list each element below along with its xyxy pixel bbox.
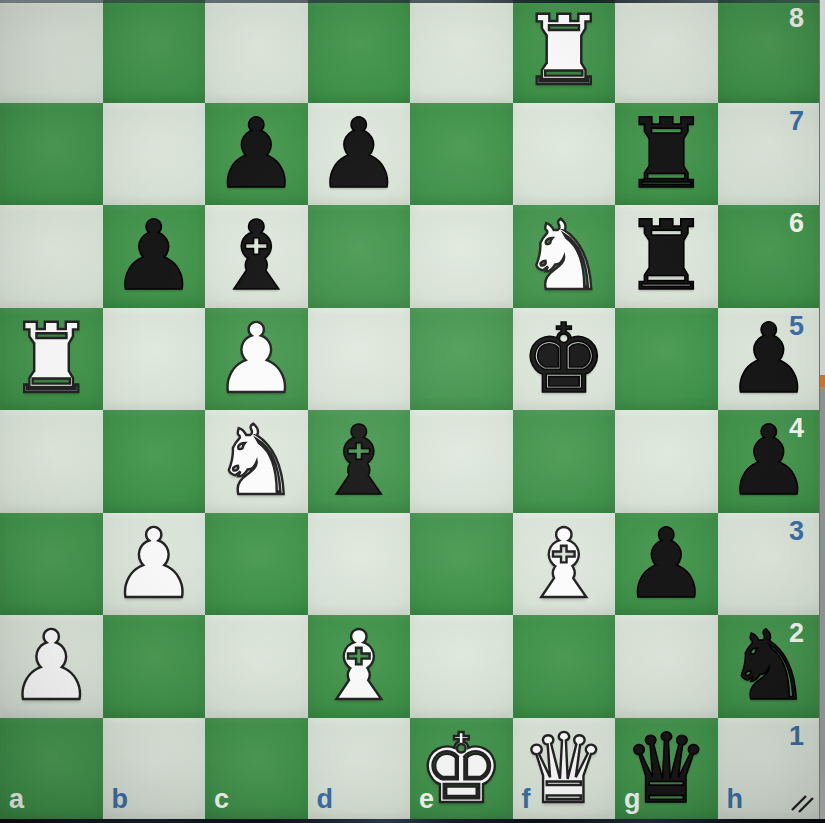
square-d7[interactable]: ♟ [308, 103, 411, 206]
square-g6[interactable]: ♜ [615, 205, 718, 308]
square-g5[interactable] [615, 308, 718, 411]
square-d8[interactable] [308, 0, 411, 103]
square-d6[interactable] [308, 205, 411, 308]
square-h5[interactable]: ♟5 [718, 308, 821, 411]
square-f5[interactable]: ♚ [513, 308, 616, 411]
white-pawn[interactable]: ♟ [0, 615, 103, 718]
file-label-d: d [317, 784, 334, 815]
square-b3[interactable]: ♟ [103, 513, 206, 616]
square-c4[interactable]: ♞ [205, 410, 308, 513]
square-c8[interactable] [205, 0, 308, 103]
scrollbar-marker[interactable] [820, 375, 825, 387]
square-c2[interactable] [205, 615, 308, 718]
square-g2[interactable] [615, 615, 718, 718]
black-pawn[interactable]: ♟ [718, 308, 821, 411]
square-b4[interactable] [103, 410, 206, 513]
white-king[interactable]: ♚ [410, 718, 513, 821]
black-rook[interactable]: ♜ [615, 205, 718, 308]
square-h3[interactable]: 3 [718, 513, 821, 616]
square-e1[interactable]: ♚e [410, 718, 513, 821]
square-a8[interactable] [0, 0, 103, 103]
square-f8[interactable]: ♜ [513, 0, 616, 103]
black-queen[interactable]: ♛ [615, 718, 718, 821]
white-rook[interactable]: ♜ [513, 0, 616, 103]
square-f7[interactable] [513, 103, 616, 206]
scrollbar-track[interactable] [819, 0, 825, 823]
square-h7[interactable]: 7 [718, 103, 821, 206]
black-pawn[interactable]: ♟ [615, 513, 718, 616]
square-e4[interactable] [410, 410, 513, 513]
square-b1[interactable]: b [103, 718, 206, 821]
rank-label-3: 3 [789, 516, 804, 547]
white-bishop[interactable]: ♝ [308, 615, 411, 718]
white-bishop[interactable]: ♝ [513, 513, 616, 616]
rank-label-7: 7 [789, 106, 804, 137]
black-pawn[interactable]: ♟ [308, 103, 411, 206]
square-d3[interactable] [308, 513, 411, 616]
black-pawn[interactable]: ♟ [205, 103, 308, 206]
black-bishop[interactable]: ♝ [308, 410, 411, 513]
black-knight[interactable]: ♞ [718, 615, 821, 718]
file-label-b: b [112, 784, 129, 815]
black-pawn[interactable]: ♟ [103, 205, 206, 308]
square-h6[interactable]: 6 [718, 205, 821, 308]
square-b6[interactable]: ♟ [103, 205, 206, 308]
square-a1[interactable]: a [0, 718, 103, 821]
square-e5[interactable] [410, 308, 513, 411]
square-a7[interactable] [0, 103, 103, 206]
square-g8[interactable] [615, 0, 718, 103]
square-c3[interactable] [205, 513, 308, 616]
square-c6[interactable]: ♝ [205, 205, 308, 308]
square-g4[interactable] [615, 410, 718, 513]
square-c7[interactable]: ♟ [205, 103, 308, 206]
square-e8[interactable] [410, 0, 513, 103]
black-pawn[interactable]: ♟ [718, 410, 821, 513]
bottom-ui-strip [0, 819, 825, 823]
square-h8[interactable]: 8 [718, 0, 821, 103]
square-b2[interactable] [103, 615, 206, 718]
square-d4[interactable]: ♝ [308, 410, 411, 513]
black-bishop[interactable]: ♝ [205, 205, 308, 308]
square-g1[interactable]: ♛g [615, 718, 718, 821]
rank-label-6: 6 [789, 208, 804, 239]
square-g3[interactable]: ♟ [615, 513, 718, 616]
square-f1[interactable]: ♛f [513, 718, 616, 821]
square-b5[interactable] [103, 308, 206, 411]
square-d2[interactable]: ♝ [308, 615, 411, 718]
square-c1[interactable]: c [205, 718, 308, 821]
square-e7[interactable] [410, 103, 513, 206]
resize-handle-icon[interactable] [789, 789, 815, 815]
square-f4[interactable] [513, 410, 616, 513]
square-d1[interactable]: d [308, 718, 411, 821]
square-d5[interactable] [308, 308, 411, 411]
white-pawn[interactable]: ♟ [103, 513, 206, 616]
square-b8[interactable] [103, 0, 206, 103]
square-a4[interactable] [0, 410, 103, 513]
chess-app-window: ♜8♟♟♜7♟♝♞♜6♜♟♚♟5♞♝♟4♟♝♟3♟♝♞2abcd♚e♛f♛g1h [0, 0, 825, 823]
white-knight[interactable]: ♞ [205, 410, 308, 513]
white-queen[interactable]: ♛ [513, 718, 616, 821]
square-h2[interactable]: ♞2 [718, 615, 821, 718]
file-label-c: c [214, 784, 229, 815]
square-f6[interactable]: ♞ [513, 205, 616, 308]
white-pawn[interactable]: ♟ [205, 308, 308, 411]
file-label-a: a [9, 784, 24, 815]
white-knight[interactable]: ♞ [513, 205, 616, 308]
chess-board[interactable]: ♜8♟♟♜7♟♝♞♜6♜♟♚♟5♞♝♟4♟♝♟3♟♝♞2abcd♚e♛f♛g1h [0, 0, 820, 820]
square-a2[interactable]: ♟ [0, 615, 103, 718]
square-e2[interactable] [410, 615, 513, 718]
square-f2[interactable] [513, 615, 616, 718]
black-king[interactable]: ♚ [513, 308, 616, 411]
white-rook[interactable]: ♜ [0, 308, 103, 411]
square-a6[interactable] [0, 205, 103, 308]
square-f3[interactable]: ♝ [513, 513, 616, 616]
rank-label-1: 1 [789, 721, 804, 752]
square-c5[interactable]: ♟ [205, 308, 308, 411]
square-h4[interactable]: ♟4 [718, 410, 821, 513]
square-e6[interactable] [410, 205, 513, 308]
square-b7[interactable] [103, 103, 206, 206]
square-a3[interactable] [0, 513, 103, 616]
rank-label-8: 8 [789, 3, 804, 34]
black-rook[interactable]: ♜ [615, 103, 718, 206]
square-a5[interactable]: ♜ [0, 308, 103, 411]
square-e3[interactable] [410, 513, 513, 616]
file-label-h: h [727, 784, 744, 815]
square-g7[interactable]: ♜ [615, 103, 718, 206]
